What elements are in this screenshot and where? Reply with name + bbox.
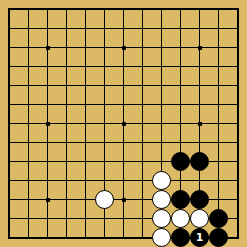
white-stone[interactable] — [95, 190, 114, 209]
black-stone[interactable] — [209, 209, 228, 228]
white-stone[interactable] — [152, 171, 171, 190]
black-stone-move-1[interactable]: 1 — [190, 228, 209, 247]
stones-layer: 1 — [0, 0, 247, 247]
white-stone[interactable] — [152, 228, 171, 247]
black-stone[interactable] — [171, 152, 190, 171]
white-stone[interactable] — [152, 209, 171, 228]
black-stone[interactable] — [171, 190, 190, 209]
white-stone[interactable] — [152, 190, 171, 209]
black-stone[interactable] — [190, 152, 209, 171]
white-stone[interactable] — [171, 209, 190, 228]
white-stone[interactable] — [190, 209, 209, 228]
go-board[interactable]: 1 — [0, 0, 247, 247]
black-stone[interactable] — [171, 228, 190, 247]
black-stone[interactable] — [190, 190, 209, 209]
black-stone[interactable] — [209, 228, 228, 247]
